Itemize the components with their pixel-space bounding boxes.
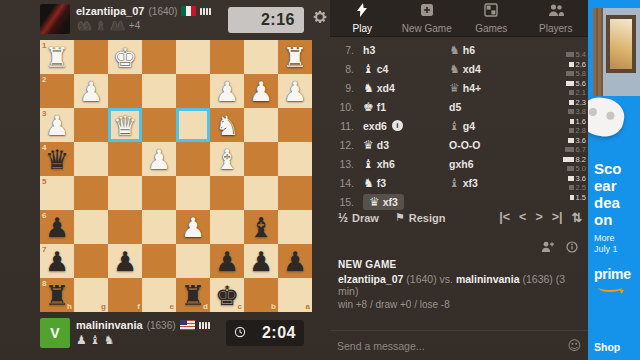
- bottom-player-name: malininvania: [76, 319, 143, 331]
- square-f1[interactable]: ♚: [108, 40, 142, 74]
- black-bishop: ♝: [249, 214, 273, 241]
- square-e3[interactable]: [142, 108, 176, 142]
- white-move[interactable]: ♛xf3: [363, 194, 449, 210]
- captured-piece-group: ♞♞: [76, 20, 93, 32]
- black-move-time: 2.8: [540, 126, 586, 134]
- move-row: 12.♛d3O-O-O3.66.7: [334, 135, 586, 154]
- white-move[interactable]: h3: [363, 44, 449, 56]
- square-h7[interactable]: 7♟: [40, 244, 74, 278]
- ad-subtext: MoreJuly 1: [594, 233, 618, 255]
- nav-last-button[interactable]: >|: [552, 210, 563, 225]
- rating-stakes: win +8 / draw +0 / lose -8: [338, 299, 586, 310]
- square-g8[interactable]: g: [74, 278, 108, 312]
- move-number: 9.: [334, 82, 354, 94]
- move-san: xf3: [463, 177, 478, 189]
- rank-label: 5: [42, 178, 46, 186]
- black-move[interactable]: ♞h6: [449, 44, 535, 56]
- nav-first-button[interactable]: |<: [499, 210, 510, 225]
- white-pawn: ♟: [79, 78, 103, 105]
- plus-square-icon: [420, 3, 434, 21]
- square-c4[interactable]: ♝: [210, 142, 244, 176]
- file-label: g: [101, 303, 106, 311]
- square-h8[interactable]: 8h♜: [40, 278, 74, 312]
- white-pawn: ♟: [215, 78, 239, 105]
- usa-flag-icon: [180, 320, 195, 330]
- square-c1[interactable]: [210, 40, 244, 74]
- captured-piece-group: ♝: [96, 20, 107, 32]
- top-player-rating: (1640): [148, 6, 177, 17]
- move-row: 9.♞xd4♛h4+5.62.1: [334, 78, 586, 97]
- square-a7[interactable]: ♟: [278, 244, 312, 278]
- white-move-time: 1.5: [540, 193, 586, 201]
- square-a5[interactable]: [278, 176, 312, 210]
- square-e4[interactable]: ♟: [142, 142, 176, 176]
- white-queen-icon: ♛: [363, 139, 374, 151]
- white-move-time: 2.3: [540, 98, 586, 106]
- square-b5[interactable]: [244, 176, 278, 210]
- black-move-time: [540, 202, 586, 210]
- top-player-avatar: [40, 4, 70, 34]
- square-h4[interactable]: 4♛: [40, 142, 74, 176]
- bottom-player-rating: (1636): [147, 320, 176, 331]
- captured-piece-group: ♞: [104, 334, 115, 346]
- white-pawn: ♟: [45, 112, 69, 139]
- resign-flag-icon: ⚑: [395, 211, 405, 224]
- bottom-player-avatar: V: [40, 318, 70, 348]
- move-san: f3: [377, 177, 386, 189]
- draw-button[interactable]: ½ Draw: [338, 211, 379, 225]
- white-move[interactable]: exd6i: [363, 120, 449, 132]
- square-d2[interactable]: [176, 74, 210, 108]
- square-g4[interactable]: [74, 142, 108, 176]
- captured-piece-group: ♟: [76, 334, 87, 346]
- square-f8[interactable]: f: [108, 278, 142, 312]
- black-bishop-icon: ♝: [449, 120, 460, 132]
- black-move-time: 2.5: [540, 183, 586, 191]
- active-clock-icon: [234, 324, 246, 342]
- move-san: xd4: [463, 63, 481, 75]
- black-pawn: ♟: [45, 214, 69, 241]
- square-c8[interactable]: c♚: [210, 278, 244, 312]
- move-row: 14.♞f3♝xf33.62.5: [334, 173, 586, 192]
- move-number: 10.: [334, 101, 354, 113]
- square-b1[interactable]: [244, 40, 278, 74]
- white-bishop-icon: ♝: [363, 63, 374, 75]
- square-d8[interactable]: d♜: [176, 278, 210, 312]
- white-queen-icon: ♛: [369, 196, 380, 208]
- emoji-smiley-icon[interactable]: ☺: [567, 338, 581, 353]
- move-san: exd6: [363, 120, 387, 132]
- square-c3[interactable]: ♞: [210, 108, 244, 142]
- move-timestamps: 2.33.8: [540, 98, 586, 115]
- people-icon: [548, 3, 564, 21]
- white-pawn: ♟: [249, 78, 273, 105]
- black-queen-icon: ♛: [449, 82, 460, 94]
- white-queen: ♛: [113, 112, 137, 139]
- square-f2[interactable]: [108, 74, 142, 108]
- move-row: 7.h3♞h65.4: [334, 40, 586, 59]
- square-f7[interactable]: ♟: [108, 244, 142, 278]
- ad-shop-button[interactable]: Shop: [594, 341, 620, 353]
- move-number: 7.: [334, 44, 354, 56]
- black-move-time: 3.8: [540, 107, 586, 115]
- white-move-time: 3.6: [540, 174, 586, 182]
- black-pawn: ♟: [283, 248, 307, 275]
- square-f4[interactable]: [108, 142, 142, 176]
- nav-prev-button[interactable]: <: [519, 210, 526, 225]
- square-c6[interactable]: [210, 210, 244, 244]
- square-b4[interactable]: [244, 142, 278, 176]
- connection-bars-icon: [200, 8, 211, 15]
- move-number: 13.: [334, 158, 354, 170]
- social-icons: [541, 239, 578, 257]
- move-san: xd4: [377, 82, 395, 94]
- square-f6[interactable]: [108, 210, 142, 244]
- white-pawn: ♟: [181, 214, 205, 241]
- black-move-time: 6.7: [540, 145, 586, 153]
- ad-headline: Scoear deaon: [594, 160, 622, 228]
- mexico-flag-icon: [181, 6, 196, 16]
- move-number: 15.: [334, 196, 354, 208]
- square-f5[interactable]: [108, 176, 142, 210]
- square-h1[interactable]: 1♜: [40, 40, 74, 74]
- black-pawn: ♟: [249, 248, 273, 275]
- square-g3[interactable]: [74, 108, 108, 142]
- move-san: c4: [377, 63, 389, 75]
- move-row: 15.♛xf31.5: [334, 192, 586, 211]
- move-row: 11.exd6i♝g41.62.8: [334, 116, 586, 135]
- square-f3[interactable]: ♛: [108, 108, 142, 142]
- captured-piece-group: ♟♟: [109, 20, 126, 32]
- bolt-icon: [356, 3, 368, 21]
- square-g6[interactable]: [74, 210, 108, 244]
- black-pawn: ♟: [113, 248, 137, 275]
- square-d3[interactable]: [176, 108, 210, 142]
- ad-controller-image: [588, 94, 627, 140]
- white-move-time: 8.2: [540, 155, 586, 163]
- white-rook: ♜: [45, 44, 69, 71]
- game-side-panel: PlayNew GameGamesPlayers 7.h3♞h65.48.♝c4…: [330, 0, 588, 360]
- black-knight-icon: ♞: [449, 63, 460, 75]
- move-timestamps: 2.65.8: [540, 60, 586, 77]
- top-tab-bar: PlayNew GameGamesPlayers: [330, 0, 588, 37]
- white-move[interactable]: ♝c4: [363, 63, 449, 75]
- white-move-time: 1.6: [540, 117, 586, 125]
- black-move[interactable]: ♝xf3: [449, 177, 535, 189]
- move-timestamps: 5.62.1: [540, 79, 586, 96]
- rank-label: 6: [42, 212, 46, 220]
- square-b8[interactable]: b: [244, 278, 278, 312]
- square-e1[interactable]: [142, 40, 176, 74]
- move-timestamps: 8.25.0: [540, 155, 586, 172]
- white-knight-icon: ♞: [363, 177, 374, 189]
- white-bishop-icon: ♝: [363, 158, 374, 170]
- move-san: d3: [377, 139, 389, 151]
- rank-label: 4: [42, 144, 46, 152]
- rank-label: 2: [42, 76, 46, 84]
- current-move-highlight: ♛xf3: [363, 194, 404, 210]
- square-d6[interactable]: ♟: [176, 210, 210, 244]
- top-player-bar: elzantiipa_07 (1640) ♞♞♝♟♟+4 2:16: [40, 4, 312, 38]
- move-number: 11.: [334, 120, 354, 132]
- bottom-captured-pieces: ♟♝♞: [76, 334, 114, 346]
- square-g7[interactable]: [74, 244, 108, 278]
- square-a1[interactable]: ♜: [278, 40, 312, 74]
- black-move[interactable]: ♛h4+: [449, 82, 535, 94]
- white-move[interactable]: ♞xd4: [363, 82, 449, 94]
- black-move-time: 2.1: [540, 88, 586, 96]
- move-row: 8.♝c4♞xd42.65.8: [334, 59, 586, 78]
- black-pawn: ♟: [215, 248, 239, 275]
- square-e2[interactable]: [142, 74, 176, 108]
- flip-board-button[interactable]: ⇅: [572, 210, 582, 225]
- move-navigation: |<<>>|⇅: [499, 210, 582, 225]
- tab-new-game[interactable]: New Game: [395, 0, 460, 36]
- square-e6[interactable]: [142, 210, 176, 244]
- tab-label: Play: [353, 23, 372, 34]
- square-h5[interactable]: 5: [40, 176, 74, 210]
- move-san: f1: [377, 101, 386, 113]
- black-rook: ♜: [45, 282, 69, 309]
- square-h3[interactable]: 3♟: [40, 108, 74, 142]
- black-pawn: ♟: [45, 248, 69, 275]
- black-rook: ♜: [181, 282, 205, 309]
- move-san: g4: [463, 120, 475, 132]
- white-pawn: ♟: [283, 78, 307, 105]
- square-g1[interactable]: [74, 40, 108, 74]
- tab-label: Games: [475, 23, 507, 34]
- file-label: f: [137, 303, 140, 311]
- file-label: e: [170, 303, 174, 311]
- move-row: 13.♝xh6gxh68.25.0: [334, 154, 586, 173]
- square-c7[interactable]: ♟: [210, 244, 244, 278]
- black-move[interactable]: ♝g4: [449, 120, 535, 132]
- square-g2[interactable]: ♟: [74, 74, 108, 108]
- ad-product-image: [593, 8, 640, 96]
- chat-input[interactable]: [337, 340, 567, 352]
- move-list: 7.h3♞h65.48.♝c4♞xd42.65.89.♞xd4♛h4+5.62.…: [334, 40, 586, 211]
- move-san: gxh6: [449, 158, 474, 170]
- square-a6[interactable]: [278, 210, 312, 244]
- new-game-heading: NEW GAME: [338, 259, 586, 270]
- tab-games[interactable]: Games: [459, 0, 524, 36]
- ad-brand-logo: prime: [594, 266, 631, 282]
- white-rook: ♜: [283, 44, 307, 71]
- sidebar-ad[interactable]: Scoear deaon MoreJuly 1 prime Shop: [588, 0, 640, 360]
- rank-label: 1: [42, 42, 46, 50]
- move-san: h3: [363, 44, 375, 56]
- square-d4[interactable]: [176, 142, 210, 176]
- connection-bars-icon: [199, 322, 210, 329]
- tab-play[interactable]: Play: [330, 0, 395, 36]
- white-move-time: 2.6: [540, 60, 586, 68]
- black-knight-icon: ♞: [449, 44, 460, 56]
- square-e8[interactable]: e: [142, 278, 176, 312]
- info-circle-icon[interactable]: [566, 239, 578, 257]
- white-move-time: 5.6: [540, 79, 586, 87]
- settings-gear-icon[interactable]: [312, 9, 328, 25]
- white-king-icon: ♚: [363, 101, 374, 113]
- new-game-info: NEW GAME elzantiipa_07 (1640) vs. malini…: [338, 259, 586, 310]
- black-king: ♚: [215, 282, 239, 309]
- white-pawn: ♟: [147, 146, 171, 173]
- move-number: 12.: [334, 139, 354, 151]
- file-label: d: [203, 303, 208, 311]
- opening-info-icon[interactable]: i: [392, 120, 403, 131]
- white-knight-icon: ♞: [363, 82, 374, 94]
- square-d1[interactable]: [176, 40, 210, 74]
- square-b3[interactable]: [244, 108, 278, 142]
- game-controls: ½ Draw ⚑ Resign |<<>>|⇅: [338, 210, 582, 225]
- square-d5[interactable]: [176, 176, 210, 210]
- move-number: 8.: [334, 63, 354, 75]
- square-c5[interactable]: [210, 176, 244, 210]
- nav-next-button[interactable]: >: [535, 210, 542, 225]
- move-timestamps: 3.66.7: [540, 136, 586, 153]
- square-a2[interactable]: ♟: [278, 74, 312, 108]
- rank-label: 7: [42, 246, 46, 254]
- move-san: xf3: [383, 196, 398, 208]
- black-move[interactable]: O-O-O: [449, 139, 535, 151]
- square-h6[interactable]: 6♟: [40, 210, 74, 244]
- material-advantage: +4: [129, 21, 140, 31]
- square-c2[interactable]: ♟: [210, 74, 244, 108]
- square-e7[interactable]: [142, 244, 176, 278]
- square-h2[interactable]: 2: [40, 74, 74, 108]
- white-move-time: 3.6: [540, 136, 586, 144]
- square-b7[interactable]: ♟: [244, 244, 278, 278]
- move-row: 10.♚f1d52.33.8: [334, 97, 586, 116]
- bottom-player-clock: 2:04: [226, 320, 304, 346]
- square-d7[interactable]: [176, 244, 210, 278]
- file-label: b: [271, 303, 276, 311]
- file-label: a: [306, 303, 310, 311]
- black-move-time: 5.0: [540, 164, 586, 172]
- move-timestamps: 1.62.8: [540, 117, 586, 134]
- square-b2[interactable]: ♟: [244, 74, 278, 108]
- black-move-time: 5.4: [540, 50, 586, 58]
- black-queen: ♛: [45, 146, 69, 173]
- add-friend-icon[interactable]: [541, 239, 555, 257]
- resign-button[interactable]: ⚑ Resign: [395, 211, 446, 224]
- tab-label: Players: [539, 23, 572, 34]
- ad-smile-icon: [598, 283, 622, 292]
- move-timestamps: 1.5: [540, 193, 586, 210]
- tab-label: New Game: [402, 23, 452, 34]
- move-san: d5: [449, 101, 461, 113]
- move-timestamps: 3.62.5: [540, 174, 586, 191]
- move-number: 14.: [334, 177, 354, 189]
- board-icon: [484, 3, 498, 21]
- rank-label: 3: [42, 110, 46, 118]
- chess-board: 1♜♚♜2♟♟♟♟3♟♛♞4♛♟♝56♟♟♝7♟♟♟♟♟8h♜gfed♜c♚ba: [40, 40, 312, 312]
- top-captured-pieces: ♞♞♝♟♟+4: [76, 20, 140, 32]
- move-timestamps: 5.4: [540, 41, 586, 58]
- bottom-player-bar: V malininvania (1636) ♟♝♞ 2:04: [40, 318, 312, 356]
- black-move[interactable]: ♞xd4: [449, 63, 535, 75]
- move-san: h4+: [463, 82, 481, 94]
- square-e5[interactable]: [142, 176, 176, 210]
- top-player-name: elzantiipa_07: [76, 5, 144, 17]
- square-b6[interactable]: ♝: [244, 210, 278, 244]
- white-move[interactable]: ♛d3: [363, 139, 449, 151]
- rank-label: 8: [42, 280, 46, 288]
- chat-bar: ☺: [330, 330, 588, 360]
- black-move[interactable]: d5: [449, 101, 535, 113]
- square-g5[interactable]: [74, 176, 108, 210]
- tab-players[interactable]: Players: [524, 0, 589, 36]
- move-san: O-O-O: [449, 139, 481, 151]
- square-a3[interactable]: [278, 108, 312, 142]
- move-san: h6: [463, 44, 475, 56]
- white-bishop: ♝: [215, 146, 239, 173]
- white-knight: ♞: [215, 112, 239, 139]
- white-move[interactable]: ♝xh6: [363, 158, 449, 170]
- white-move[interactable]: ♞f3: [363, 177, 449, 189]
- matchup-line: elzantiipa_07 (1640) vs. malininvania (1…: [338, 273, 586, 297]
- top-player-clock: 2:16: [228, 7, 304, 33]
- white-move-time: [540, 41, 586, 49]
- square-a4[interactable]: [278, 142, 312, 176]
- file-label: c: [238, 303, 242, 311]
- captured-piece-group: ♝: [90, 334, 101, 346]
- black-move-time: 5.8: [540, 69, 586, 77]
- white-king: ♚: [113, 44, 137, 71]
- white-move[interactable]: ♚f1: [363, 101, 449, 113]
- square-a8[interactable]: a: [278, 278, 312, 312]
- black-move[interactable]: gxh6: [449, 158, 535, 170]
- black-bishop-icon: ♝: [449, 177, 460, 189]
- move-san: xh6: [377, 158, 395, 170]
- file-label: h: [67, 303, 72, 311]
